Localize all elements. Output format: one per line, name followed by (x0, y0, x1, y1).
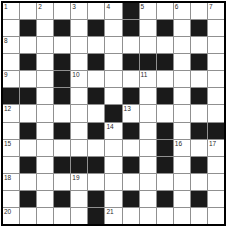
black-cell (123, 191, 139, 207)
white-cell[interactable] (105, 20, 121, 36)
white-cell[interactable] (54, 174, 70, 190)
white-cell[interactable] (140, 20, 156, 36)
white-cell[interactable] (208, 208, 224, 224)
black-cell (54, 71, 70, 87)
white-cell[interactable]: 20 (3, 208, 19, 224)
white-cell[interactable] (191, 174, 207, 190)
white-cell[interactable] (157, 37, 173, 53)
white-cell[interactable] (208, 105, 224, 121)
white-cell[interactable] (191, 71, 207, 87)
white-cell[interactable] (157, 174, 173, 190)
white-cell[interactable] (54, 3, 70, 19)
clue-number: 16 (175, 140, 182, 147)
white-cell[interactable] (123, 71, 139, 87)
white-cell[interactable] (157, 208, 173, 224)
white-cell[interactable] (37, 191, 53, 207)
white-cell[interactable] (37, 208, 53, 224)
white-cell[interactable] (140, 157, 156, 173)
white-cell[interactable] (54, 105, 70, 121)
black-cell (3, 88, 19, 104)
white-cell[interactable] (71, 88, 87, 104)
white-cell[interactable] (20, 208, 36, 224)
black-cell (157, 54, 173, 70)
white-cell[interactable] (71, 54, 87, 70)
white-cell[interactable] (140, 37, 156, 53)
white-cell[interactable] (37, 54, 53, 70)
white-cell[interactable]: 7 (208, 3, 224, 19)
black-cell (191, 54, 207, 70)
white-cell[interactable]: 5 (140, 3, 156, 19)
clue-number: 11 (141, 71, 148, 78)
clue-number: 14 (106, 123, 113, 130)
white-cell[interactable] (71, 208, 87, 224)
black-cell (208, 123, 224, 139)
black-cell (191, 88, 207, 104)
black-cell (191, 157, 207, 173)
white-cell[interactable] (191, 3, 207, 19)
clue-number: 19 (72, 174, 79, 181)
white-cell[interactable] (140, 174, 156, 190)
black-cell (123, 3, 139, 19)
crossword-board: 123456789101112131415161718192021 (0, 0, 227, 227)
white-cell[interactable] (37, 20, 53, 36)
white-cell[interactable] (3, 157, 19, 173)
white-cell[interactable] (105, 174, 121, 190)
black-cell (157, 157, 173, 173)
black-cell (123, 54, 139, 70)
white-cell[interactable] (174, 71, 190, 87)
clue-number: 15 (4, 140, 11, 147)
white-cell[interactable] (71, 191, 87, 207)
white-cell[interactable] (37, 157, 53, 173)
clue-number: 4 (106, 3, 110, 10)
white-cell[interactable] (105, 157, 121, 173)
clue-number: 6 (175, 3, 179, 10)
white-cell[interactable] (208, 88, 224, 104)
white-cell[interactable] (20, 71, 36, 87)
black-cell (157, 140, 173, 156)
white-cell[interactable]: 1 (3, 3, 19, 19)
white-cell[interactable] (191, 105, 207, 121)
white-cell[interactable] (88, 174, 104, 190)
white-cell[interactable] (208, 37, 224, 53)
black-cell (54, 88, 70, 104)
white-cell[interactable]: 2 (37, 3, 53, 19)
black-cell (20, 191, 36, 207)
black-cell (140, 54, 156, 70)
white-cell[interactable] (140, 88, 156, 104)
black-cell (88, 157, 104, 173)
black-cell (123, 88, 139, 104)
white-cell[interactable] (20, 174, 36, 190)
white-cell[interactable] (37, 140, 53, 156)
black-cell (88, 88, 104, 104)
black-cell (191, 191, 207, 207)
clue-number: 18 (4, 174, 11, 181)
white-cell[interactable] (20, 3, 36, 19)
clue-number: 12 (4, 105, 11, 112)
white-cell[interactable] (105, 88, 121, 104)
black-cell (191, 123, 207, 139)
white-cell[interactable]: 13 (123, 105, 139, 121)
white-cell[interactable] (88, 105, 104, 121)
white-cell[interactable] (105, 54, 121, 70)
crossword-grid: 123456789101112131415161718192021 (1, 1, 226, 226)
white-cell[interactable] (3, 54, 19, 70)
white-cell[interactable] (157, 71, 173, 87)
clue-number: 2 (38, 3, 42, 10)
black-cell (123, 157, 139, 173)
black-cell (105, 105, 121, 121)
white-cell[interactable] (37, 123, 53, 139)
white-cell[interactable] (37, 71, 53, 87)
black-cell (157, 20, 173, 36)
white-cell[interactable] (191, 37, 207, 53)
white-cell[interactable] (71, 20, 87, 36)
white-cell[interactable] (3, 123, 19, 139)
white-cell[interactable] (37, 37, 53, 53)
white-cell[interactable] (191, 208, 207, 224)
white-cell[interactable] (71, 123, 87, 139)
black-cell (157, 88, 173, 104)
white-cell[interactable] (37, 88, 53, 104)
clue-number: 8 (4, 37, 8, 44)
white-cell[interactable]: 8 (3, 37, 19, 53)
white-cell[interactable] (3, 20, 19, 36)
white-cell[interactable] (140, 140, 156, 156)
clue-number: 1 (4, 3, 8, 10)
clue-number: 5 (141, 3, 145, 10)
white-cell[interactable] (174, 208, 190, 224)
white-cell[interactable]: 11 (140, 71, 156, 87)
white-cell[interactable] (140, 105, 156, 121)
white-cell[interactable] (208, 20, 224, 36)
white-cell[interactable]: 10 (71, 71, 87, 87)
white-cell[interactable] (54, 37, 70, 53)
white-cell[interactable]: 14 (105, 123, 121, 139)
white-cell[interactable] (174, 191, 190, 207)
white-cell[interactable] (208, 174, 224, 190)
black-cell (71, 157, 87, 173)
white-cell[interactable] (3, 191, 19, 207)
white-cell[interactable] (123, 174, 139, 190)
white-cell[interactable] (88, 3, 104, 19)
clue-number: 17 (209, 140, 216, 147)
black-cell (54, 54, 70, 70)
white-cell[interactable] (54, 208, 70, 224)
black-cell (88, 191, 104, 207)
white-cell[interactable]: 12 (3, 105, 19, 121)
black-cell (20, 88, 36, 104)
white-cell[interactable] (105, 191, 121, 207)
white-cell[interactable]: 6 (174, 3, 190, 19)
white-cell[interactable]: 17 (208, 140, 224, 156)
white-cell[interactable] (123, 37, 139, 53)
white-cell[interactable] (174, 37, 190, 53)
white-cell[interactable] (157, 105, 173, 121)
clue-number: 10 (72, 71, 79, 78)
white-cell[interactable]: 16 (174, 140, 190, 156)
black-cell (157, 191, 173, 207)
white-cell[interactable] (71, 105, 87, 121)
white-cell[interactable] (123, 140, 139, 156)
white-cell[interactable] (140, 123, 156, 139)
white-cell[interactable]: 9 (3, 71, 19, 87)
clue-number: 7 (209, 3, 213, 10)
white-cell[interactable] (208, 71, 224, 87)
white-cell[interactable] (208, 157, 224, 173)
white-cell[interactable] (88, 37, 104, 53)
black-cell (191, 20, 207, 36)
white-cell[interactable] (105, 140, 121, 156)
white-cell[interactable] (208, 191, 224, 207)
white-cell[interactable] (123, 208, 139, 224)
white-cell[interactable] (140, 191, 156, 207)
white-cell[interactable] (105, 37, 121, 53)
white-cell[interactable] (140, 208, 156, 224)
white-cell[interactable] (71, 37, 87, 53)
white-cell[interactable] (174, 54, 190, 70)
white-cell[interactable] (174, 174, 190, 190)
white-cell[interactable] (174, 123, 190, 139)
black-cell (157, 123, 173, 139)
white-cell[interactable] (37, 105, 53, 121)
white-cell[interactable] (174, 105, 190, 121)
black-cell (123, 20, 139, 36)
white-cell[interactable] (157, 3, 173, 19)
black-cell (20, 20, 36, 36)
clue-number: 21 (106, 208, 113, 215)
black-cell (54, 157, 70, 173)
white-cell[interactable]: 15 (3, 140, 19, 156)
white-cell[interactable] (174, 20, 190, 36)
black-cell (123, 123, 139, 139)
clue-number: 3 (72, 3, 76, 10)
white-cell[interactable] (191, 140, 207, 156)
black-cell (88, 20, 104, 36)
clue-number: 13 (124, 105, 131, 112)
white-cell[interactable]: 19 (71, 174, 87, 190)
white-cell[interactable]: 21 (105, 208, 121, 224)
clue-number: 9 (4, 71, 8, 78)
white-cell[interactable] (20, 37, 36, 53)
black-cell (54, 191, 70, 207)
black-cell (20, 123, 36, 139)
black-cell (54, 20, 70, 36)
black-cell (54, 123, 70, 139)
white-cell[interactable]: 4 (105, 3, 121, 19)
white-cell[interactable] (105, 71, 121, 87)
white-cell[interactable] (20, 105, 36, 121)
black-cell (20, 157, 36, 173)
clue-number: 20 (4, 208, 11, 215)
white-cell[interactable] (54, 140, 70, 156)
white-cell[interactable] (37, 174, 53, 190)
black-cell (20, 54, 36, 70)
white-cell[interactable] (71, 140, 87, 156)
white-cell[interactable] (174, 157, 190, 173)
white-cell[interactable] (88, 71, 104, 87)
black-cell (88, 54, 104, 70)
white-cell[interactable] (20, 140, 36, 156)
white-cell[interactable]: 3 (71, 3, 87, 19)
white-cell[interactable] (174, 88, 190, 104)
black-cell (88, 123, 104, 139)
black-cell (88, 208, 104, 224)
white-cell[interactable] (208, 54, 224, 70)
white-cell[interactable] (88, 140, 104, 156)
white-cell[interactable]: 18 (3, 174, 19, 190)
